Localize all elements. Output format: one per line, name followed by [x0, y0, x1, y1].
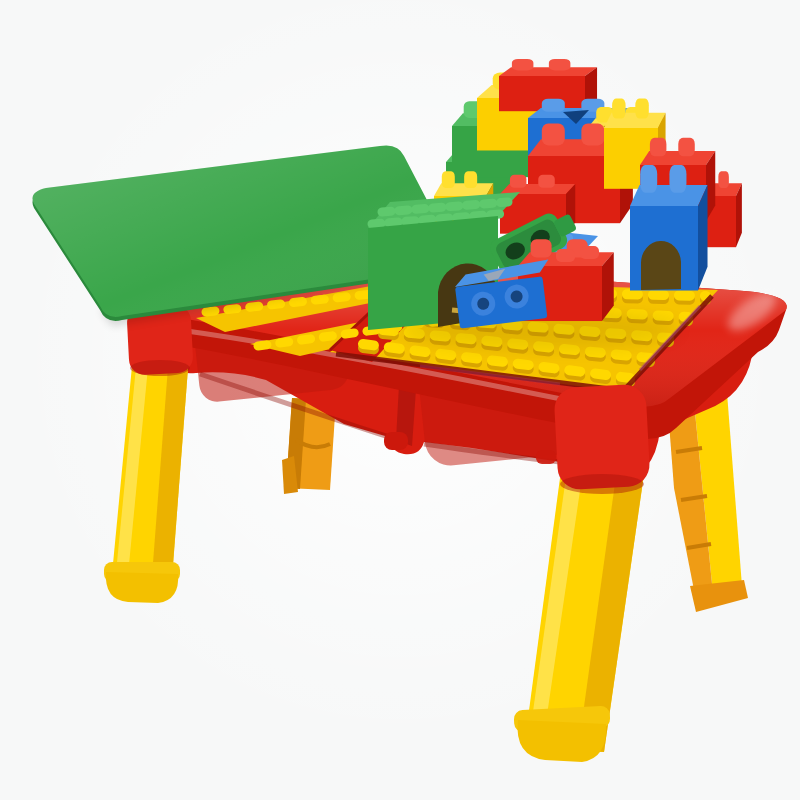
foot-cap [106, 572, 178, 603]
toy-table-illustration [0, 0, 800, 800]
socket-shade [560, 474, 644, 494]
product-photo [0, 0, 800, 800]
drain-nub [384, 432, 408, 450]
drain-nub-2 [536, 450, 556, 464]
arch-opening [641, 241, 681, 290]
socket-shade [130, 360, 190, 376]
